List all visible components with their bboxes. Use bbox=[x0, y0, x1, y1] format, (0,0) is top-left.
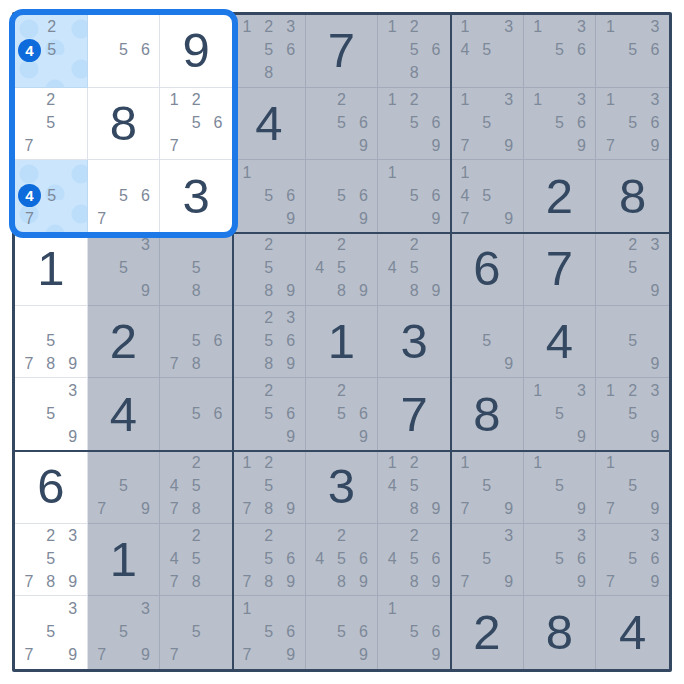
notes-grid: 1356 bbox=[599, 16, 666, 85]
note-1 bbox=[599, 307, 621, 330]
note-7 bbox=[381, 498, 403, 521]
cell-r1c3[interactable]: 9 bbox=[160, 15, 233, 88]
box-line-vertical-1 bbox=[232, 15, 234, 669]
cell-r6c1[interactable]: 359 bbox=[15, 378, 88, 451]
cell-r2c9[interactable]: 135679 bbox=[596, 88, 669, 161]
note-8 bbox=[476, 352, 498, 375]
note-6: 6 bbox=[425, 184, 447, 207]
note-4 bbox=[599, 402, 621, 425]
note-7 bbox=[236, 62, 258, 85]
cell-r3c3[interactable]: 3 bbox=[160, 160, 233, 233]
note-1: 1 bbox=[527, 89, 549, 112]
note-8 bbox=[185, 134, 207, 157]
note-5: 5 bbox=[403, 475, 425, 498]
note-2 bbox=[476, 525, 498, 548]
note-6: 6 bbox=[425, 39, 447, 62]
note-2: 2 bbox=[40, 525, 62, 548]
note-9: 9 bbox=[425, 498, 447, 521]
cell-r7c1[interactable]: 6 bbox=[15, 451, 88, 524]
note-7 bbox=[236, 207, 258, 230]
cell-r5c5[interactable]: 1 bbox=[306, 306, 379, 379]
note-4 bbox=[236, 257, 258, 280]
note-6 bbox=[207, 548, 229, 571]
notes-grid: 3579 bbox=[18, 597, 84, 667]
cell-r7c4[interactable]: 125789 bbox=[233, 451, 306, 524]
note-1 bbox=[163, 234, 185, 257]
cell-r4c8[interactable]: 7 bbox=[524, 233, 597, 306]
note-2: 2 bbox=[40, 89, 62, 112]
cell-r8c8[interactable]: 3569 bbox=[524, 524, 597, 597]
solved-digit: 8 bbox=[88, 88, 160, 160]
note-8: 8 bbox=[403, 280, 425, 303]
note-6 bbox=[498, 330, 520, 353]
note-4 bbox=[381, 39, 403, 62]
note-3 bbox=[498, 161, 520, 184]
cell-r3c2[interactable]: 567 bbox=[88, 160, 161, 233]
cell-r2c6[interactable]: 12569 bbox=[378, 88, 451, 161]
note-4 bbox=[236, 39, 258, 62]
note-2 bbox=[113, 161, 135, 184]
solved-digit: 3 bbox=[160, 160, 232, 232]
note-3 bbox=[425, 234, 447, 257]
cell-r6c2[interactable]: 4 bbox=[88, 378, 161, 451]
note-8 bbox=[185, 644, 207, 667]
notes-grid: 569 bbox=[309, 597, 375, 667]
note-6 bbox=[498, 184, 520, 207]
note-7: 7 bbox=[18, 644, 40, 667]
note-9: 9 bbox=[134, 644, 156, 667]
cell-r6c3[interactable]: 56 bbox=[160, 378, 233, 451]
note-1 bbox=[309, 89, 331, 112]
cell-r1c4[interactable]: 123568 bbox=[233, 15, 306, 88]
note-8: 8 bbox=[185, 570, 207, 593]
note-4 bbox=[18, 112, 40, 135]
note-7 bbox=[18, 62, 41, 85]
note-7 bbox=[527, 425, 549, 448]
cell-r4c6[interactable]: 24589 bbox=[378, 233, 451, 306]
cell-r9c9[interactable]: 4 bbox=[596, 596, 669, 669]
cell-r1c9[interactable]: 1356 bbox=[596, 15, 669, 88]
note-4 bbox=[163, 112, 185, 135]
cell-r2c8[interactable]: 13569 bbox=[524, 88, 597, 161]
note-7 bbox=[163, 280, 185, 303]
note-3 bbox=[62, 161, 83, 184]
note-8 bbox=[113, 62, 135, 85]
cell-r4c9[interactable]: 2359 bbox=[596, 233, 669, 306]
note-7 bbox=[381, 644, 403, 667]
solved-digit: 1 bbox=[306, 306, 378, 378]
note-1 bbox=[18, 89, 40, 112]
note-5: 5 bbox=[40, 402, 62, 425]
note-2 bbox=[549, 379, 571, 402]
note-4: 4 bbox=[381, 257, 403, 280]
note-8 bbox=[476, 207, 498, 230]
note-7: 7 bbox=[454, 498, 476, 521]
note-3 bbox=[207, 89, 229, 112]
cell-r4c1[interactable]: 1 bbox=[15, 233, 88, 306]
cell-r3c4[interactable]: 1569 bbox=[233, 160, 306, 233]
note-4 bbox=[163, 402, 185, 425]
cell-r5c7[interactable]: 59 bbox=[451, 306, 524, 379]
note-5: 5 bbox=[403, 257, 425, 280]
note-4 bbox=[599, 548, 621, 571]
cell-r8c3[interactable]: 24578 bbox=[160, 524, 233, 597]
note-2: 2 bbox=[258, 525, 280, 548]
note-8 bbox=[40, 425, 62, 448]
cell-r4c7[interactable]: 6 bbox=[451, 233, 524, 306]
notes-grid: 2569 bbox=[236, 379, 302, 448]
cell-r1c8[interactable]: 1356 bbox=[524, 15, 597, 88]
note-7: 7 bbox=[599, 570, 621, 593]
note-3 bbox=[207, 234, 229, 257]
note-5: 5 bbox=[549, 39, 571, 62]
cell-r6c9[interactable]: 12359 bbox=[596, 378, 669, 451]
notes-grid: 1579 bbox=[454, 452, 520, 521]
notes-grid: 24578 bbox=[163, 452, 229, 521]
note-4: 4 bbox=[381, 548, 403, 571]
note-1: 1 bbox=[381, 161, 403, 184]
cell-r2c4[interactable]: 4 bbox=[233, 88, 306, 161]
cell-r1c7[interactable]: 1345 bbox=[451, 15, 524, 88]
cell-r9c5[interactable]: 569 bbox=[306, 596, 379, 669]
note-6 bbox=[352, 257, 374, 280]
note-2: 2 bbox=[258, 379, 280, 402]
note-1 bbox=[18, 16, 41, 39]
note-3: 3 bbox=[644, 89, 666, 112]
cell-r1c6[interactable]: 12568 bbox=[378, 15, 451, 88]
note-5: 5 bbox=[403, 621, 425, 644]
note-3 bbox=[498, 307, 520, 330]
cell-r5c8[interactable]: 4 bbox=[524, 306, 597, 379]
cell-r3c7[interactable]: 14579 bbox=[451, 160, 524, 233]
note-2 bbox=[622, 452, 644, 475]
note-7: 7 bbox=[163, 570, 185, 593]
note-2 bbox=[549, 452, 571, 475]
note-3 bbox=[498, 452, 520, 475]
note-6: 6 bbox=[280, 39, 302, 62]
note-7 bbox=[599, 280, 621, 303]
note-8 bbox=[41, 207, 62, 230]
note-3: 3 bbox=[62, 379, 84, 402]
cell-r7c6[interactable]: 124589 bbox=[378, 451, 451, 524]
note-1: 1 bbox=[236, 161, 258, 184]
note-2: 2 bbox=[258, 307, 280, 330]
note-8 bbox=[549, 62, 571, 85]
note-6: 6 bbox=[570, 112, 592, 135]
notes-grid: 2569 bbox=[309, 89, 375, 158]
note-2 bbox=[41, 161, 62, 184]
note-7: 7 bbox=[163, 134, 185, 157]
notes-grid: 5789 bbox=[18, 307, 84, 376]
cell-r4c5[interactable]: 24589 bbox=[306, 233, 379, 306]
note-5: 5 bbox=[331, 621, 353, 644]
note-2 bbox=[622, 89, 644, 112]
notes-grid: 235789 bbox=[18, 525, 84, 594]
cell-r9c7[interactable]: 2 bbox=[451, 596, 524, 669]
note-9: 9 bbox=[570, 134, 592, 157]
note-7: 7 bbox=[18, 207, 41, 230]
note-5: 5 bbox=[331, 184, 353, 207]
cell-r5c6[interactable]: 3 bbox=[378, 306, 451, 379]
note-5: 5 bbox=[258, 330, 280, 353]
note-8: 8 bbox=[258, 280, 280, 303]
note-8 bbox=[113, 498, 135, 521]
note-2: 2 bbox=[331, 234, 353, 257]
note-4 bbox=[599, 257, 621, 280]
cell-r9c2[interactable]: 3579 bbox=[88, 596, 161, 669]
cell-r3c9[interactable]: 8 bbox=[596, 160, 669, 233]
note-8 bbox=[622, 134, 644, 157]
note-6: 6 bbox=[352, 548, 374, 571]
note-8 bbox=[622, 352, 644, 375]
note-3: 3 bbox=[644, 16, 666, 39]
note-9: 9 bbox=[498, 352, 520, 375]
note-5: 5 bbox=[331, 402, 353, 425]
note-6: 6 bbox=[425, 548, 447, 571]
note-9: 9 bbox=[352, 207, 374, 230]
cell-r7c8[interactable]: 159 bbox=[524, 451, 597, 524]
solved-digit: 2 bbox=[88, 306, 160, 378]
note-2 bbox=[185, 307, 207, 330]
note-1 bbox=[309, 234, 331, 257]
note-5: 5 bbox=[113, 184, 135, 207]
note-1: 1 bbox=[527, 16, 549, 39]
note-7 bbox=[236, 280, 258, 303]
note-2 bbox=[476, 452, 498, 475]
cell-r9c4[interactable]: 15679 bbox=[233, 596, 306, 669]
cell-r8c9[interactable]: 35679 bbox=[596, 524, 669, 597]
note-3 bbox=[134, 161, 156, 184]
cell-r8c5[interactable]: 245689 bbox=[306, 524, 379, 597]
note-7 bbox=[381, 134, 403, 157]
notes-grid: 245 bbox=[18, 16, 84, 85]
note-8 bbox=[403, 644, 425, 667]
note-4 bbox=[309, 621, 331, 644]
note-2: 2 bbox=[622, 234, 644, 257]
note-3 bbox=[425, 452, 447, 475]
note-1 bbox=[91, 161, 113, 184]
cell-r6c4[interactable]: 2569 bbox=[233, 378, 306, 451]
note-2 bbox=[549, 16, 571, 39]
cell-r1c2[interactable]: 56 bbox=[88, 15, 161, 88]
note-2 bbox=[622, 525, 644, 548]
notes-grid: 2359 bbox=[599, 234, 666, 303]
cell-r6c7[interactable]: 8 bbox=[451, 378, 524, 451]
cell-r2c7[interactable]: 13579 bbox=[451, 88, 524, 161]
solved-digit: 9 bbox=[160, 15, 232, 87]
cell-r7c3[interactable]: 24578 bbox=[160, 451, 233, 524]
note-3 bbox=[207, 379, 229, 402]
note-9: 9 bbox=[280, 352, 302, 375]
note-1 bbox=[18, 161, 41, 184]
cell-r8c4[interactable]: 256789 bbox=[233, 524, 306, 597]
note-4 bbox=[309, 184, 331, 207]
note-4 bbox=[599, 475, 621, 498]
cell-r8c6[interactable]: 245689 bbox=[378, 524, 451, 597]
notes-grid: 24589 bbox=[309, 234, 375, 303]
note-4: 4 bbox=[309, 548, 331, 571]
cell-r5c2[interactable]: 2 bbox=[88, 306, 161, 379]
note-2: 2 bbox=[185, 452, 207, 475]
cell-r5c4[interactable]: 235689 bbox=[233, 306, 306, 379]
box-line-vertical-2 bbox=[450, 15, 452, 669]
note-9 bbox=[570, 62, 592, 85]
note-6 bbox=[498, 112, 520, 135]
note-8 bbox=[40, 644, 62, 667]
note-8: 8 bbox=[40, 570, 62, 593]
notes-grid: 12568 bbox=[381, 16, 447, 85]
note-6: 6 bbox=[134, 184, 156, 207]
cell-r3c8[interactable]: 2 bbox=[524, 160, 597, 233]
cell-r9c6[interactable]: 1569 bbox=[378, 596, 451, 669]
cell-r9c1[interactable]: 3579 bbox=[15, 596, 88, 669]
note-2 bbox=[476, 161, 498, 184]
cell-r8c7[interactable]: 3579 bbox=[451, 524, 524, 597]
note-4 bbox=[18, 548, 40, 571]
cell-r8c2[interactable]: 1 bbox=[88, 524, 161, 597]
note-2: 2 bbox=[403, 89, 425, 112]
note-5: 5 bbox=[476, 330, 498, 353]
notes-grid: 457 bbox=[18, 161, 84, 230]
note-9 bbox=[62, 207, 83, 230]
note-7: 7 bbox=[18, 352, 40, 375]
cell-r8c1[interactable]: 235789 bbox=[15, 524, 88, 597]
note-4 bbox=[236, 402, 258, 425]
note-7: 7 bbox=[18, 570, 40, 593]
note-4 bbox=[527, 402, 549, 425]
note-9: 9 bbox=[425, 644, 447, 667]
note-3 bbox=[280, 452, 302, 475]
note-8 bbox=[258, 644, 280, 667]
note-6: 6 bbox=[570, 39, 592, 62]
note-3 bbox=[62, 16, 83, 39]
note-8 bbox=[476, 498, 498, 521]
cell-r7c2[interactable]: 579 bbox=[88, 451, 161, 524]
notes-grid: 59 bbox=[599, 307, 666, 376]
note-1: 1 bbox=[454, 89, 476, 112]
note-1 bbox=[309, 161, 331, 184]
cell-r2c1[interactable]: 257 bbox=[15, 88, 88, 161]
note-5: 5 bbox=[113, 621, 135, 644]
note-8 bbox=[331, 425, 353, 448]
note-9: 9 bbox=[425, 207, 447, 230]
note-9: 9 bbox=[62, 425, 84, 448]
note-8: 8 bbox=[258, 570, 280, 593]
note-5: 5 bbox=[622, 548, 644, 571]
note-5: 5 bbox=[622, 39, 644, 62]
note-3: 3 bbox=[134, 597, 156, 620]
note-4 bbox=[236, 330, 258, 353]
cell-r3c1[interactable]: 457 bbox=[15, 160, 88, 233]
note-8: 8 bbox=[331, 280, 353, 303]
note-5: 5 bbox=[549, 475, 571, 498]
note-2: 2 bbox=[41, 16, 62, 39]
note-7 bbox=[454, 352, 476, 375]
solved-digit: 3 bbox=[306, 451, 378, 523]
note-7: 7 bbox=[18, 134, 40, 157]
cell-r5c3[interactable]: 5678 bbox=[160, 306, 233, 379]
note-5: 5 bbox=[185, 548, 207, 571]
note-5: 5 bbox=[549, 548, 571, 571]
note-4 bbox=[91, 257, 113, 280]
note-7 bbox=[527, 498, 549, 521]
note-5: 5 bbox=[476, 112, 498, 135]
cell-r6c5[interactable]: 2569 bbox=[306, 378, 379, 451]
cell-r7c7[interactable]: 1579 bbox=[451, 451, 524, 524]
cell-r6c8[interactable]: 1359 bbox=[524, 378, 597, 451]
cell-r5c9[interactable]: 59 bbox=[596, 306, 669, 379]
cell-r4c4[interactable]: 2589 bbox=[233, 233, 306, 306]
note-6 bbox=[207, 257, 229, 280]
notes-grid: 12359 bbox=[599, 379, 666, 448]
cell-r6c6[interactable]: 7 bbox=[378, 378, 451, 451]
solved-digit: 4 bbox=[596, 596, 669, 669]
note-1 bbox=[599, 525, 621, 548]
cell-r5c1[interactable]: 5789 bbox=[15, 306, 88, 379]
note-1 bbox=[163, 379, 185, 402]
cell-r2c5[interactable]: 2569 bbox=[306, 88, 379, 161]
note-2 bbox=[113, 452, 135, 475]
cell-r2c2[interactable]: 8 bbox=[88, 88, 161, 161]
notes-grid: 579 bbox=[91, 452, 157, 521]
note-1 bbox=[527, 525, 549, 548]
note-2 bbox=[185, 379, 207, 402]
note-3: 3 bbox=[644, 525, 666, 548]
note-7: 7 bbox=[454, 207, 476, 230]
note-8 bbox=[476, 62, 498, 85]
note-2: 2 bbox=[258, 452, 280, 475]
note-5: 5 bbox=[113, 257, 135, 280]
cell-r1c1[interactable]: 245 bbox=[15, 15, 88, 88]
note-6 bbox=[134, 621, 156, 644]
cell-r7c5[interactable]: 3 bbox=[306, 451, 379, 524]
cell-r9c8[interactable]: 8 bbox=[524, 596, 597, 669]
note-9 bbox=[134, 62, 156, 85]
note-6 bbox=[570, 475, 592, 498]
note-4 bbox=[381, 184, 403, 207]
cell-r3c5[interactable]: 569 bbox=[306, 160, 379, 233]
note-5: 5 bbox=[40, 621, 62, 644]
note-3 bbox=[62, 307, 84, 330]
note-4 bbox=[381, 621, 403, 644]
notes-grid: 14579 bbox=[454, 161, 520, 230]
note-7 bbox=[91, 280, 113, 303]
note-6: 6 bbox=[280, 330, 302, 353]
note-5: 5 bbox=[258, 402, 280, 425]
note-8: 8 bbox=[40, 352, 62, 375]
cell-r7c9[interactable]: 1579 bbox=[596, 451, 669, 524]
cell-r2c3[interactable]: 12567 bbox=[160, 88, 233, 161]
note-7 bbox=[309, 280, 331, 303]
note-4 bbox=[236, 621, 258, 644]
solved-digit: 7 bbox=[524, 233, 596, 305]
cell-r4c2[interactable]: 359 bbox=[88, 233, 161, 306]
cell-r1c5[interactable]: 7 bbox=[306, 15, 379, 88]
note-2 bbox=[549, 525, 571, 548]
cell-r4c3[interactable]: 58 bbox=[160, 233, 233, 306]
notes-grid: 159 bbox=[527, 452, 593, 521]
note-7 bbox=[527, 62, 549, 85]
cell-r3c6[interactable]: 1569 bbox=[378, 160, 451, 233]
note-1: 1 bbox=[527, 379, 549, 402]
note-8 bbox=[622, 498, 644, 521]
note-2 bbox=[258, 161, 280, 184]
notes-grid: 359 bbox=[91, 234, 157, 303]
cell-r9c3[interactable]: 57 bbox=[160, 596, 233, 669]
note-1 bbox=[454, 525, 476, 548]
note-7 bbox=[381, 280, 403, 303]
solved-digit: 8 bbox=[524, 596, 596, 669]
